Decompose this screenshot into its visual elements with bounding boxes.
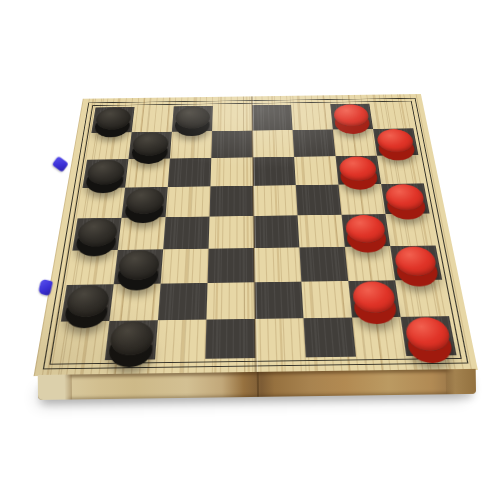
square-a7[interactable]: [87, 132, 132, 159]
red-piece-g8[interactable]: [333, 104, 370, 126]
square-a5[interactable]: [78, 188, 126, 219]
red-piece-h3[interactable]: [393, 246, 438, 276]
square-a4[interactable]: [72, 218, 121, 251]
square-c8[interactable]: [172, 106, 213, 132]
square-g4[interactable]: [342, 214, 391, 247]
front-edge-seam: [257, 372, 259, 397]
square-b1[interactable]: [105, 320, 158, 360]
photo-scene: [0, 0, 500, 500]
square-c2[interactable]: [158, 283, 208, 320]
square-h6[interactable]: [377, 155, 424, 184]
square-c1[interactable]: [155, 320, 206, 360]
edge-corner-block-left: [38, 375, 72, 400]
square-d1[interactable]: [205, 319, 255, 359]
square-e6[interactable]: [253, 157, 296, 186]
square-e1[interactable]: [255, 318, 306, 358]
black-piece-b1[interactable]: [109, 321, 155, 355]
square-b3[interactable]: [114, 249, 163, 284]
red-piece-h7[interactable]: [376, 129, 415, 152]
square-e5[interactable]: [253, 185, 297, 216]
square-e2[interactable]: [254, 282, 303, 319]
square-e3[interactable]: [254, 247, 301, 282]
square-h7[interactable]: [373, 128, 418, 155]
square-h2[interactable]: [395, 280, 449, 317]
black-piece-b3[interactable]: [117, 250, 159, 280]
square-e7[interactable]: [252, 130, 294, 157]
red-piece-g4[interactable]: [345, 215, 387, 243]
square-f3[interactable]: [299, 247, 348, 282]
square-d4[interactable]: [209, 216, 254, 249]
square-f7[interactable]: [293, 129, 336, 156]
red-piece-h5[interactable]: [384, 184, 426, 210]
black-piece-a6[interactable]: [86, 160, 125, 185]
square-a6[interactable]: [82, 159, 128, 188]
square-g5[interactable]: [338, 184, 385, 215]
square-b2[interactable]: [109, 284, 160, 321]
square-c5[interactable]: [166, 186, 211, 217]
red-piece-g6[interactable]: [338, 156, 377, 181]
square-h3[interactable]: [390, 246, 442, 281]
square-h1[interactable]: [401, 316, 457, 356]
square-b6[interactable]: [125, 159, 170, 188]
square-g1[interactable]: [352, 317, 406, 357]
black-piece-a8[interactable]: [95, 107, 132, 129]
square-f8[interactable]: [291, 104, 333, 130]
square-h4[interactable]: [386, 213, 436, 246]
red-piece-h1[interactable]: [404, 317, 452, 351]
square-b7[interactable]: [128, 132, 171, 159]
square-e4[interactable]: [254, 215, 300, 248]
square-a1[interactable]: [55, 321, 110, 361]
square-d2[interactable]: [206, 282, 255, 319]
square-b4[interactable]: [118, 217, 166, 250]
square-d5[interactable]: [210, 186, 254, 217]
square-e8[interactable]: [252, 105, 293, 131]
square-a2[interactable]: [61, 284, 114, 321]
square-g7[interactable]: [333, 129, 377, 156]
square-f6[interactable]: [294, 156, 338, 185]
square-g6[interactable]: [336, 156, 382, 185]
square-c7[interactable]: [170, 131, 212, 158]
square-d7[interactable]: [211, 131, 252, 158]
square-a8[interactable]: [91, 107, 134, 133]
black-piece-c8[interactable]: [175, 106, 210, 128]
square-d6[interactable]: [210, 157, 253, 186]
square-f1[interactable]: [303, 318, 356, 358]
square-c4[interactable]: [163, 217, 209, 250]
black-piece-a2[interactable]: [65, 285, 110, 317]
square-c3[interactable]: [161, 249, 209, 284]
square-a3[interactable]: [67, 250, 118, 285]
square-f4[interactable]: [298, 215, 345, 248]
board-3d-scene: [0, 0, 500, 500]
square-h8[interactable]: [369, 103, 413, 129]
square-f2[interactable]: [301, 281, 352, 318]
square-d3[interactable]: [208, 248, 255, 283]
square-b8[interactable]: [132, 106, 174, 132]
black-piece-a4[interactable]: [76, 218, 118, 246]
square-f5[interactable]: [296, 185, 342, 216]
checkers-board: [34, 94, 478, 376]
square-g3[interactable]: [345, 246, 395, 281]
square-h5[interactable]: [381, 183, 429, 214]
square-c6[interactable]: [168, 158, 212, 187]
square-g8[interactable]: [330, 104, 373, 130]
edge-corner-block-right: [446, 369, 476, 394]
black-piece-b7[interactable]: [132, 132, 169, 155]
square-g2[interactable]: [348, 280, 400, 317]
square-b5[interactable]: [122, 187, 168, 218]
red-piece-g2[interactable]: [352, 281, 397, 313]
black-piece-b5[interactable]: [125, 188, 165, 214]
square-d8[interactable]: [212, 105, 252, 131]
